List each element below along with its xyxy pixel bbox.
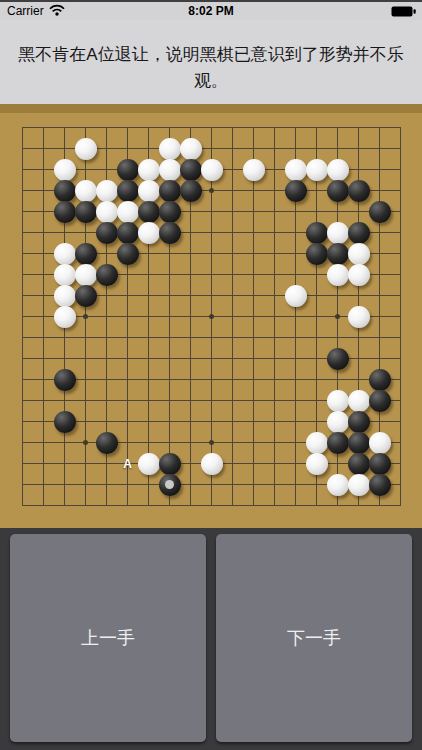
stone-white [138,159,160,181]
stone-black [180,180,202,202]
star-point [83,440,88,445]
stone-white [327,474,349,496]
stone-black [117,243,139,265]
stone-black [180,159,202,181]
star-point [209,188,214,193]
stone-black [54,180,76,202]
stone-black [306,222,328,244]
stone-black [54,411,76,433]
stone-black [117,222,139,244]
star-point [335,314,340,319]
stone-black [117,159,139,181]
stone-white [96,201,118,223]
stone-white [75,138,97,160]
stone-white [180,138,202,160]
stone-black [348,432,370,454]
stone-white [285,285,307,307]
stone-black [348,222,370,244]
stone-white [54,306,76,328]
stone-black [327,243,349,265]
carrier-label: Carrier [7,4,44,18]
status-bar: Carrier 8:02 PM [0,2,422,20]
last-move-marker [165,480,174,489]
stone-white [201,159,223,181]
point-label-A: A [123,457,132,471]
stone-white [75,180,97,202]
stone-white [369,432,391,454]
stone-black [159,180,181,202]
stone-black [348,453,370,475]
star-point [209,314,214,319]
stone-white [348,474,370,496]
stone-white [348,306,370,328]
stone-white [327,390,349,412]
stone-black [369,390,391,412]
stone-black [369,369,391,391]
stone-black [75,201,97,223]
wifi-icon [49,4,65,19]
prev-move-button[interactable]: 上一手 [10,534,206,742]
stone-black [327,432,349,454]
stone-black [285,180,307,202]
stone-white [306,432,328,454]
app-screen: Carrier 8:02 PM 黑不肯在A位退让，说明黑棋已意识到了形势并不乐观… [0,0,422,750]
stone-white [159,159,181,181]
stone-black [117,180,139,202]
stone-black [138,201,160,223]
battery-icon [391,6,416,17]
stone-black [369,453,391,475]
stone-black [159,222,181,244]
move-comment: 黑不肯在A位退让，说明黑棋已意识到了形势并不乐观。 [0,20,422,104]
stone-black [348,411,370,433]
stone-black [159,453,181,475]
stone-white [285,159,307,181]
stone-black [54,201,76,223]
stone-white [159,138,181,160]
stone-white [348,264,370,286]
stone-white [117,201,139,223]
stone-white [75,264,97,286]
stone-black [327,180,349,202]
stone-black [96,264,118,286]
stone-white [138,222,160,244]
board-top-band [0,104,422,113]
stone-white [54,264,76,286]
control-panel: 上一手 下一手 [0,528,422,750]
stone-white [96,180,118,202]
stone-white [138,453,160,475]
stone-black [75,285,97,307]
stone-white [54,159,76,181]
stone-black [75,243,97,265]
stone-black [96,432,118,454]
stone-white [327,264,349,286]
stone-white [348,390,370,412]
stone-white [306,453,328,475]
stone-white [306,159,328,181]
stone-black [306,243,328,265]
clock: 8:02 PM [188,4,233,18]
stone-black [159,474,181,496]
stone-black [369,474,391,496]
stone-white [54,285,76,307]
stone-black [327,348,349,370]
stone-black [96,222,118,244]
stone-white [327,411,349,433]
go-board: A [0,104,422,528]
stone-white [327,222,349,244]
stone-black [348,180,370,202]
stone-white [348,243,370,265]
stone-black [369,201,391,223]
star-point [83,314,88,319]
stone-white [201,453,223,475]
stone-white [327,159,349,181]
next-move-button[interactable]: 下一手 [216,534,412,742]
stone-white [243,159,265,181]
stone-black [54,369,76,391]
board-grid: A [22,127,401,506]
stone-black [159,201,181,223]
stone-white [54,243,76,265]
stone-white [138,180,160,202]
star-point [209,440,214,445]
